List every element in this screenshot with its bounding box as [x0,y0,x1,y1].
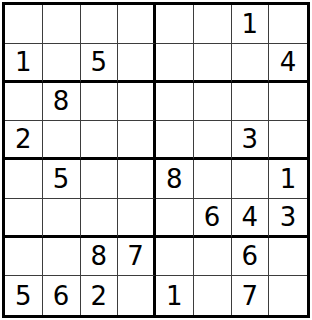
cell-r6c1[interactable] [5,199,43,238]
cell-r2c7[interactable] [232,44,270,83]
cell-r7c2[interactable] [43,238,81,277]
cell-r1c7[interactable]: 1 [232,5,270,44]
cell-r2c2[interactable] [43,44,81,83]
cell-r1c6[interactable] [194,5,232,44]
cell-r7c5[interactable] [156,238,194,277]
cell-r8c3[interactable]: 2 [81,276,119,315]
cell-r6c7[interactable]: 4 [232,199,270,238]
cell-r8c8[interactable] [269,276,307,315]
cell-r2c4[interactable] [118,44,156,83]
cell-r5c6[interactable] [194,160,232,199]
cell-r4c2[interactable] [43,121,81,160]
cell-r1c5[interactable] [156,5,194,44]
cell-r7c1[interactable] [5,238,43,277]
cell-r3c5[interactable] [156,83,194,122]
cell-r8c5[interactable]: 1 [156,276,194,315]
sudoku-board: 115482358164387656217 [0,0,312,320]
cell-r4c5[interactable] [156,121,194,160]
cell-r5c8[interactable]: 1 [269,160,307,199]
cell-r8c7[interactable]: 7 [232,276,270,315]
cell-r8c6[interactable] [194,276,232,315]
cell-r3c2[interactable]: 8 [43,83,81,122]
cell-r3c8[interactable] [269,83,307,122]
cell-r2c1[interactable]: 1 [5,44,43,83]
cell-r2c6[interactable] [194,44,232,83]
cell-r8c1[interactable]: 5 [5,276,43,315]
cell-r1c2[interactable] [43,5,81,44]
cell-r6c2[interactable] [43,199,81,238]
cell-r1c8[interactable] [269,5,307,44]
cell-r7c8[interactable] [269,238,307,277]
cell-r5c3[interactable] [81,160,119,199]
cell-r3c4[interactable] [118,83,156,122]
cell-r7c4[interactable]: 7 [118,238,156,277]
cell-r5c4[interactable] [118,160,156,199]
cell-r6c5[interactable] [156,199,194,238]
cell-r6c8[interactable]: 3 [269,199,307,238]
cell-r4c6[interactable] [194,121,232,160]
cell-r6c4[interactable] [118,199,156,238]
cell-r3c1[interactable] [5,83,43,122]
cell-r2c8[interactable]: 4 [269,44,307,83]
cell-r5c1[interactable] [5,160,43,199]
cell-r7c3[interactable]: 8 [81,238,119,277]
cell-r2c5[interactable] [156,44,194,83]
cell-r7c7[interactable]: 6 [232,238,270,277]
sudoku-grid: 115482358164387656217 [2,2,310,318]
cell-r4c1[interactable]: 2 [5,121,43,160]
cell-r2c3[interactable]: 5 [81,44,119,83]
cell-r4c7[interactable]: 3 [232,121,270,160]
cell-r8c4[interactable] [118,276,156,315]
cell-r3c6[interactable] [194,83,232,122]
cell-r3c3[interactable] [81,83,119,122]
cell-r6c3[interactable] [81,199,119,238]
cell-r4c3[interactable] [81,121,119,160]
cell-r7c6[interactable] [194,238,232,277]
cell-r4c4[interactable] [118,121,156,160]
cell-r1c4[interactable] [118,5,156,44]
cell-r8c2[interactable]: 6 [43,276,81,315]
cell-r5c5[interactable]: 8 [156,160,194,199]
cell-r1c1[interactable] [5,5,43,44]
cell-r5c2[interactable]: 5 [43,160,81,199]
cell-r4c8[interactable] [269,121,307,160]
cell-r1c3[interactable] [81,5,119,44]
cell-r6c6[interactable]: 6 [194,199,232,238]
cell-r5c7[interactable] [232,160,270,199]
cell-r3c7[interactable] [232,83,270,122]
